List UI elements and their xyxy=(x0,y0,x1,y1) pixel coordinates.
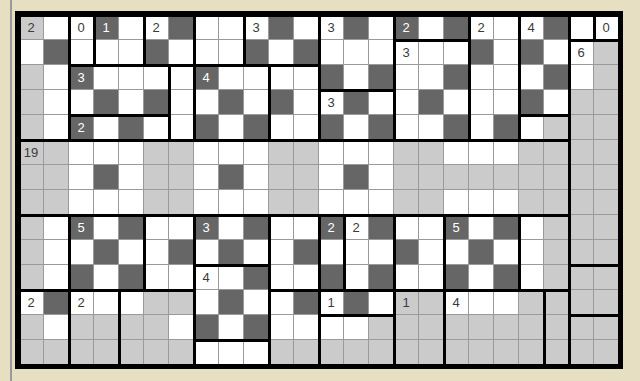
cell-r14c24[interactable] xyxy=(594,340,619,365)
cell-r5c18[interactable] xyxy=(444,115,469,140)
cell-r8c2[interactable] xyxy=(44,190,69,215)
cell-r6c5[interactable] xyxy=(119,140,144,165)
cell-r12c22[interactable] xyxy=(544,290,569,315)
cell-r12c4[interactable] xyxy=(94,290,119,315)
cell-r3c10[interactable] xyxy=(244,65,269,90)
cell-r2c15[interactable] xyxy=(369,40,394,65)
cell-r13c21[interactable] xyxy=(519,315,544,340)
clue-3-r1c13[interactable]: 3 xyxy=(319,15,344,40)
cell-r4c18[interactable] xyxy=(444,90,469,115)
cell-r8c16[interactable] xyxy=(394,190,419,215)
cell-r7c12[interactable] xyxy=(294,165,319,190)
cell-r4c4[interactable] xyxy=(94,90,119,115)
cell-r9c4[interactable] xyxy=(94,215,119,240)
cell-r9c9[interactable] xyxy=(219,215,244,240)
cell-r12c9[interactable] xyxy=(219,290,244,315)
cell-r9c22[interactable] xyxy=(544,215,569,240)
clue-5-r9c18[interactable]: 5 xyxy=(444,215,469,240)
cell-r10c18[interactable] xyxy=(444,240,469,265)
cell-r8c19[interactable] xyxy=(469,190,494,215)
cell-r10c10[interactable] xyxy=(244,240,269,265)
cell-r3c5[interactable] xyxy=(119,65,144,90)
cell-r13c18[interactable] xyxy=(444,315,469,340)
cell-r9c24[interactable] xyxy=(594,215,619,240)
cell-r4c7[interactable] xyxy=(169,90,194,115)
cell-r10c7[interactable] xyxy=(169,240,194,265)
cell-r4c14[interactable] xyxy=(344,90,369,115)
cell-r11c10[interactable] xyxy=(244,265,269,290)
clue-1-r1c4[interactable]: 1 xyxy=(94,15,119,40)
cell-r13c2[interactable] xyxy=(44,315,69,340)
cell-r1c5[interactable] xyxy=(119,15,144,40)
cell-r9c10[interactable] xyxy=(244,215,269,240)
cell-r4c15[interactable] xyxy=(369,90,394,115)
cell-r14c15[interactable] xyxy=(369,340,394,365)
cell-r6c22[interactable] xyxy=(544,140,569,165)
cell-r7c21[interactable] xyxy=(519,165,544,190)
cell-r13c10[interactable] xyxy=(244,315,269,340)
cell-r2c10[interactable] xyxy=(244,40,269,65)
cell-r13c8[interactable] xyxy=(194,315,219,340)
cell-r13c5[interactable] xyxy=(119,315,144,340)
cell-r4c9[interactable] xyxy=(219,90,244,115)
cell-r12c2[interactable] xyxy=(44,290,69,315)
cell-r14c23[interactable] xyxy=(569,340,594,365)
cell-r4c12[interactable] xyxy=(294,90,319,115)
cell-r10c12[interactable] xyxy=(294,240,319,265)
cell-r2c8[interactable] xyxy=(194,40,219,65)
cell-r1c7[interactable] xyxy=(169,15,194,40)
cell-r14c1[interactable] xyxy=(19,340,44,365)
cell-r6c16[interactable] xyxy=(394,140,419,165)
cell-r13c12[interactable] xyxy=(294,315,319,340)
clue-19-r6c1[interactable]: 19 xyxy=(19,140,44,165)
cell-r11c24[interactable] xyxy=(594,265,619,290)
cell-r5c14[interactable] xyxy=(344,115,369,140)
cell-r8c3[interactable] xyxy=(69,190,94,215)
cell-r10c22[interactable] xyxy=(544,240,569,265)
cell-r10c13[interactable] xyxy=(319,240,344,265)
cell-r7c13[interactable] xyxy=(319,165,344,190)
cell-r2c5[interactable] xyxy=(119,40,144,65)
clue-4-r3c8[interactable]: 4 xyxy=(194,65,219,90)
cell-r12c24[interactable] xyxy=(594,290,619,315)
cell-r5c4[interactable] xyxy=(94,115,119,140)
cell-r8c10[interactable] xyxy=(244,190,269,215)
cell-r8c23[interactable] xyxy=(569,190,594,215)
cell-r1c20[interactable] xyxy=(494,15,519,40)
cell-r7c10[interactable] xyxy=(244,165,269,190)
cell-r2c24[interactable] xyxy=(594,40,619,65)
cell-r14c8[interactable] xyxy=(194,340,219,365)
clue-4-r12c18[interactable]: 4 xyxy=(444,290,469,315)
cell-r1c11[interactable] xyxy=(269,15,294,40)
cell-r8c13[interactable] xyxy=(319,190,344,215)
cell-r7c4[interactable] xyxy=(94,165,119,190)
cell-r14c7[interactable] xyxy=(169,340,194,365)
cell-r5c16[interactable] xyxy=(394,115,419,140)
cell-r14c19[interactable] xyxy=(469,340,494,365)
cell-r11c6[interactable] xyxy=(144,265,169,290)
cell-r14c20[interactable] xyxy=(494,340,519,365)
cell-r9c11[interactable] xyxy=(269,215,294,240)
cell-r6c24[interactable] xyxy=(594,140,619,165)
cell-r11c7[interactable] xyxy=(169,265,194,290)
cell-r3c1[interactable] xyxy=(19,65,44,90)
cell-r13c1[interactable] xyxy=(19,315,44,340)
cell-r2c12[interactable] xyxy=(294,40,319,65)
clue-2-r1c19[interactable]: 2 xyxy=(469,15,494,40)
cell-r5c21[interactable] xyxy=(519,115,544,140)
cell-r4c10[interactable] xyxy=(244,90,269,115)
cell-r14c11[interactable] xyxy=(269,340,294,365)
cell-r13c16[interactable] xyxy=(394,315,419,340)
cell-r13c9[interactable] xyxy=(219,315,244,340)
cell-r10c9[interactable] xyxy=(219,240,244,265)
cell-r12c12[interactable] xyxy=(294,290,319,315)
cell-r10c3[interactable] xyxy=(69,240,94,265)
cell-r6c7[interactable] xyxy=(169,140,194,165)
cell-r7c15[interactable] xyxy=(369,165,394,190)
cell-r14c5[interactable] xyxy=(119,340,144,365)
cell-r1c15[interactable] xyxy=(369,15,394,40)
cell-r3c22[interactable] xyxy=(544,65,569,90)
cell-r12c14[interactable] xyxy=(344,290,369,315)
cell-r8c11[interactable] xyxy=(269,190,294,215)
cell-r12c20[interactable] xyxy=(494,290,519,315)
cell-r11c18[interactable] xyxy=(444,265,469,290)
cell-r7c3[interactable] xyxy=(69,165,94,190)
cell-r7c5[interactable] xyxy=(119,165,144,190)
cell-r4c2[interactable] xyxy=(44,90,69,115)
cell-r1c17[interactable] xyxy=(419,15,444,40)
cell-r6c6[interactable] xyxy=(144,140,169,165)
cell-r10c14[interactable] xyxy=(344,240,369,265)
cell-r11c17[interactable] xyxy=(419,265,444,290)
cell-r6c4[interactable] xyxy=(94,140,119,165)
clue-4-r1c21[interactable]: 4 xyxy=(519,15,544,40)
cell-r2c17[interactable] xyxy=(419,40,444,65)
cell-r13c14[interactable] xyxy=(344,315,369,340)
cell-r3c20[interactable] xyxy=(494,65,519,90)
cell-r10c19[interactable] xyxy=(469,240,494,265)
cell-r7c2[interactable] xyxy=(44,165,69,190)
cell-r5c17[interactable] xyxy=(419,115,444,140)
cell-r9c20[interactable] xyxy=(494,215,519,240)
cell-r13c7[interactable] xyxy=(169,315,194,340)
cell-r10c16[interactable] xyxy=(394,240,419,265)
cell-r6c21[interactable] xyxy=(519,140,544,165)
cell-r7c11[interactable] xyxy=(269,165,294,190)
cell-r3c21[interactable] xyxy=(519,65,544,90)
cell-r8c14[interactable] xyxy=(344,190,369,215)
cell-r8c20[interactable] xyxy=(494,190,519,215)
cell-r14c16[interactable] xyxy=(394,340,419,365)
cell-r7c6[interactable] xyxy=(144,165,169,190)
cell-r6c11[interactable] xyxy=(269,140,294,165)
cell-r12c23[interactable] xyxy=(569,290,594,315)
cell-r3c15[interactable] xyxy=(369,65,394,90)
cell-r13c11[interactable] xyxy=(269,315,294,340)
clue-3-r9c8[interactable]: 3 xyxy=(194,215,219,240)
cell-r6c17[interactable] xyxy=(419,140,444,165)
cell-r3c12[interactable] xyxy=(294,65,319,90)
cell-r6c12[interactable] xyxy=(294,140,319,165)
cell-r6c3[interactable] xyxy=(69,140,94,165)
cell-r9c19[interactable] xyxy=(469,215,494,240)
cell-r2c18[interactable] xyxy=(444,40,469,65)
cell-r4c21[interactable] xyxy=(519,90,544,115)
cell-r1c23[interactable] xyxy=(569,15,594,40)
cell-r11c2[interactable] xyxy=(44,265,69,290)
cell-r4c5[interactable] xyxy=(119,90,144,115)
cell-r8c24[interactable] xyxy=(594,190,619,215)
cell-r9c2[interactable] xyxy=(44,215,69,240)
cell-r8c8[interactable] xyxy=(194,190,219,215)
cell-r8c1[interactable] xyxy=(19,190,44,215)
cell-r13c6[interactable] xyxy=(144,315,169,340)
cell-r1c18[interactable] xyxy=(444,15,469,40)
cell-r14c3[interactable] xyxy=(69,340,94,365)
cell-r8c5[interactable] xyxy=(119,190,144,215)
cell-r11c21[interactable] xyxy=(519,265,544,290)
clue-0-r1c3[interactable]: 0 xyxy=(69,15,94,40)
cell-r2c22[interactable] xyxy=(544,40,569,65)
cell-r14c17[interactable] xyxy=(419,340,444,365)
cell-r2c1[interactable] xyxy=(19,40,44,65)
cell-r12c6[interactable] xyxy=(144,290,169,315)
cell-r8c4[interactable] xyxy=(94,190,119,215)
cell-r4c3[interactable] xyxy=(69,90,94,115)
cell-r1c2[interactable] xyxy=(44,15,69,40)
cell-r3c18[interactable] xyxy=(444,65,469,90)
cell-r5c24[interactable] xyxy=(594,115,619,140)
cell-r3c11[interactable] xyxy=(269,65,294,90)
clue-2-r9c13[interactable]: 2 xyxy=(319,215,344,240)
cell-r14c10[interactable] xyxy=(244,340,269,365)
cell-r5c1[interactable] xyxy=(19,115,44,140)
cell-r5c15[interactable] xyxy=(369,115,394,140)
cell-r2c20[interactable] xyxy=(494,40,519,65)
cell-r4c1[interactable] xyxy=(19,90,44,115)
cell-r5c6[interactable] xyxy=(144,115,169,140)
cell-r2c19[interactable] xyxy=(469,40,494,65)
cell-r3c9[interactable] xyxy=(219,65,244,90)
cell-r14c21[interactable] xyxy=(519,340,544,365)
cell-r11c4[interactable] xyxy=(94,265,119,290)
clue-2-r1c6[interactable]: 2 xyxy=(144,15,169,40)
cell-r14c22[interactable] xyxy=(544,340,569,365)
cell-r7c23[interactable] xyxy=(569,165,594,190)
cell-r8c21[interactable] xyxy=(519,190,544,215)
cell-r3c17[interactable] xyxy=(419,65,444,90)
cell-r11c16[interactable] xyxy=(394,265,419,290)
cell-r4c23[interactable] xyxy=(569,90,594,115)
cell-r11c12[interactable] xyxy=(294,265,319,290)
cell-r5c19[interactable] xyxy=(469,115,494,140)
cell-r13c24[interactable] xyxy=(594,315,619,340)
cell-r7c19[interactable] xyxy=(469,165,494,190)
cell-r13c23[interactable] xyxy=(569,315,594,340)
clue-2-r9c14[interactable]: 2 xyxy=(344,215,369,240)
cell-r2c3[interactable] xyxy=(69,40,94,65)
cell-r13c3[interactable] xyxy=(69,315,94,340)
cell-r9c23[interactable] xyxy=(569,215,594,240)
cell-r14c12[interactable] xyxy=(294,340,319,365)
cell-r13c4[interactable] xyxy=(94,315,119,340)
cell-r1c8[interactable] xyxy=(194,15,219,40)
cell-r5c7[interactable] xyxy=(169,115,194,140)
cell-r6c2[interactable] xyxy=(44,140,69,165)
cell-r2c9[interactable] xyxy=(219,40,244,65)
cell-r8c17[interactable] xyxy=(419,190,444,215)
cell-r11c1[interactable] xyxy=(19,265,44,290)
cell-r13c15[interactable] xyxy=(369,315,394,340)
cell-r5c8[interactable] xyxy=(194,115,219,140)
cell-r4c11[interactable] xyxy=(269,90,294,115)
cell-r14c18[interactable] xyxy=(444,340,469,365)
cell-r11c13[interactable] xyxy=(319,265,344,290)
cell-r6c9[interactable] xyxy=(219,140,244,165)
cell-r12c5[interactable] xyxy=(119,290,144,315)
cell-r12c21[interactable] xyxy=(519,290,544,315)
cell-r10c20[interactable] xyxy=(494,240,519,265)
cell-r3c2[interactable] xyxy=(44,65,69,90)
cell-r7c16[interactable] xyxy=(394,165,419,190)
cell-r13c13[interactable] xyxy=(319,315,344,340)
cell-r3c4[interactable] xyxy=(94,65,119,90)
cell-r12c19[interactable] xyxy=(469,290,494,315)
cell-r11c22[interactable] xyxy=(544,265,569,290)
cell-r14c6[interactable] xyxy=(144,340,169,365)
cell-r7c17[interactable] xyxy=(419,165,444,190)
cell-r11c5[interactable] xyxy=(119,265,144,290)
cell-r7c9[interactable] xyxy=(219,165,244,190)
cell-r4c19[interactable] xyxy=(469,90,494,115)
cell-r9c5[interactable] xyxy=(119,215,144,240)
clue-2-r5c3[interactable]: 2 xyxy=(69,115,94,140)
cell-r11c19[interactable] xyxy=(469,265,494,290)
clue-1-r12c16[interactable]: 1 xyxy=(394,290,419,315)
cell-r2c11[interactable] xyxy=(269,40,294,65)
cell-r12c7[interactable] xyxy=(169,290,194,315)
cell-r2c21[interactable] xyxy=(519,40,544,65)
cell-r10c17[interactable] xyxy=(419,240,444,265)
cell-r1c14[interactable] xyxy=(344,15,369,40)
cell-r11c15[interactable] xyxy=(369,265,394,290)
cell-r13c22[interactable] xyxy=(544,315,569,340)
cell-r5c20[interactable] xyxy=(494,115,519,140)
cell-r10c24[interactable] xyxy=(594,240,619,265)
cell-r10c8[interactable] xyxy=(194,240,219,265)
cell-r2c13[interactable] xyxy=(319,40,344,65)
cell-r5c22[interactable] xyxy=(544,115,569,140)
clue-3-r3c3[interactable]: 3 xyxy=(69,65,94,90)
cell-r7c8[interactable] xyxy=(194,165,219,190)
clue-0-r1c24[interactable]: 0 xyxy=(594,15,619,40)
cell-r7c22[interactable] xyxy=(544,165,569,190)
cell-r6c19[interactable] xyxy=(469,140,494,165)
cell-r4c6[interactable] xyxy=(144,90,169,115)
cell-r11c9[interactable] xyxy=(219,265,244,290)
clue-2-r1c1[interactable]: 2 xyxy=(19,15,44,40)
cell-r14c4[interactable] xyxy=(94,340,119,365)
cell-r8c9[interactable] xyxy=(219,190,244,215)
cell-r5c13[interactable] xyxy=(319,115,344,140)
cell-r10c5[interactable] xyxy=(119,240,144,265)
cell-r2c7[interactable] xyxy=(169,40,194,65)
cell-r13c20[interactable] xyxy=(494,315,519,340)
cell-r6c14[interactable] xyxy=(344,140,369,165)
cell-r11c20[interactable] xyxy=(494,265,519,290)
cell-r2c6[interactable] xyxy=(144,40,169,65)
cell-r5c9[interactable] xyxy=(219,115,244,140)
cell-r6c20[interactable] xyxy=(494,140,519,165)
cell-r2c4[interactable] xyxy=(94,40,119,65)
cell-r6c13[interactable] xyxy=(319,140,344,165)
cell-r3c19[interactable] xyxy=(469,65,494,90)
cell-r3c14[interactable] xyxy=(344,65,369,90)
clue-3-r2c16[interactable]: 3 xyxy=(394,40,419,65)
cell-r9c7[interactable] xyxy=(169,215,194,240)
cell-r1c12[interactable] xyxy=(294,15,319,40)
cell-r6c10[interactable] xyxy=(244,140,269,165)
cell-r9c15[interactable] xyxy=(369,215,394,240)
cell-r5c5[interactable] xyxy=(119,115,144,140)
clue-5-r9c3[interactable]: 5 xyxy=(69,215,94,240)
cell-r7c20[interactable] xyxy=(494,165,519,190)
cell-r7c7[interactable] xyxy=(169,165,194,190)
cell-r3c23[interactable] xyxy=(569,65,594,90)
cell-r6c8[interactable] xyxy=(194,140,219,165)
cell-r5c11[interactable] xyxy=(269,115,294,140)
cell-r9c1[interactable] xyxy=(19,215,44,240)
cell-r11c14[interactable] xyxy=(344,265,369,290)
cell-r3c7[interactable] xyxy=(169,65,194,90)
clue-2-r12c1[interactable]: 2 xyxy=(19,290,44,315)
clue-3-r4c13[interactable]: 3 xyxy=(319,90,344,115)
cell-r3c16[interactable] xyxy=(394,65,419,90)
cell-r9c17[interactable] xyxy=(419,215,444,240)
cell-r8c6[interactable] xyxy=(144,190,169,215)
cell-r3c6[interactable] xyxy=(144,65,169,90)
cell-r10c1[interactable] xyxy=(19,240,44,265)
cell-r14c2[interactable] xyxy=(44,340,69,365)
cell-r14c13[interactable] xyxy=(319,340,344,365)
cell-r8c7[interactable] xyxy=(169,190,194,215)
cell-r11c3[interactable] xyxy=(69,265,94,290)
cell-r14c14[interactable] xyxy=(344,340,369,365)
cell-r3c13[interactable] xyxy=(319,65,344,90)
cell-r7c24[interactable] xyxy=(594,165,619,190)
clue-6-r2c23[interactable]: 6 xyxy=(569,40,594,65)
cell-r13c19[interactable] xyxy=(469,315,494,340)
cell-r2c14[interactable] xyxy=(344,40,369,65)
cell-r4c22[interactable] xyxy=(544,90,569,115)
cell-r10c6[interactable] xyxy=(144,240,169,265)
cell-r1c22[interactable] xyxy=(544,15,569,40)
cell-r6c15[interactable] xyxy=(369,140,394,165)
cell-r12c8[interactable] xyxy=(194,290,219,315)
cell-r10c11[interactable] xyxy=(269,240,294,265)
cell-r4c24[interactable] xyxy=(594,90,619,115)
cell-r9c21[interactable] xyxy=(519,215,544,240)
cell-r5c10[interactable] xyxy=(244,115,269,140)
clue-2-r1c16[interactable]: 2 xyxy=(394,15,419,40)
cell-r12c17[interactable] xyxy=(419,290,444,315)
cell-r7c1[interactable] xyxy=(19,165,44,190)
clue-2-r12c3[interactable]: 2 xyxy=(69,290,94,315)
